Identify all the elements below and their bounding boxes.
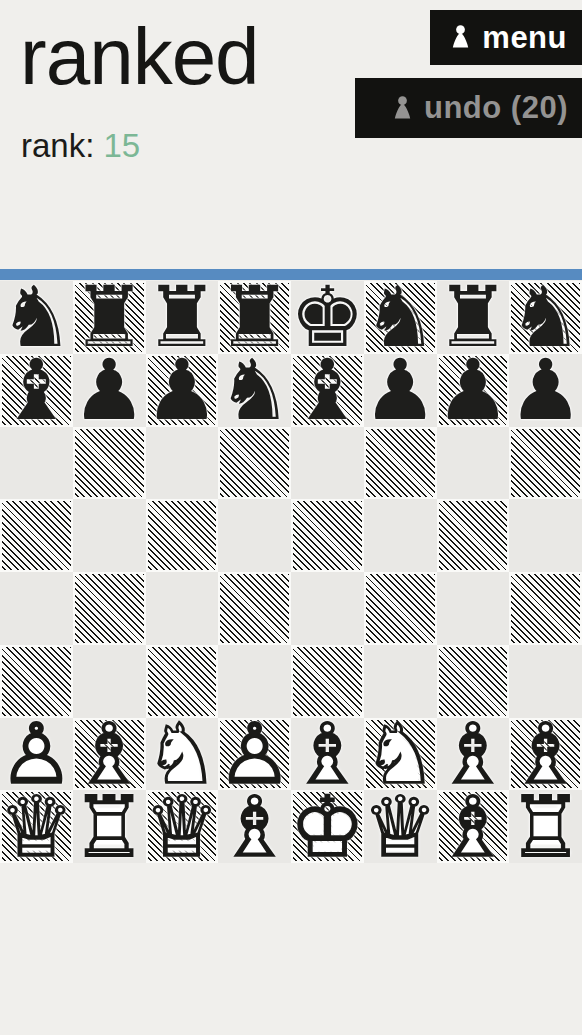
square-f7[interactable]: ♟: [364, 354, 437, 427]
square-d5[interactable]: [218, 499, 291, 572]
piece-glyph: ♟: [508, 348, 582, 432]
white-rook-h1[interactable]: ♜♖: [509, 790, 582, 863]
square-c1[interactable]: ♛♕: [146, 790, 219, 863]
piece-outline-layer: ♕: [362, 778, 437, 876]
square-e7[interactable]: ♝: [291, 354, 364, 427]
piece-glyph: ♚♔: [290, 785, 365, 869]
square-d7[interactable]: ♞: [218, 354, 291, 427]
square-a7[interactable]: ♝: [0, 354, 73, 427]
square-a1[interactable]: ♛♕: [0, 790, 73, 863]
piece-glyph: ♟: [435, 348, 510, 432]
square-e6[interactable]: [291, 427, 364, 500]
rank-line: rank:15: [21, 127, 140, 165]
square-h6[interactable]: [509, 427, 582, 500]
square-h1[interactable]: ♜♖: [509, 790, 582, 863]
square-d6[interactable]: [218, 427, 291, 500]
square-b6[interactable]: [73, 427, 146, 500]
rank-value: 15: [103, 127, 140, 164]
person-icon: [450, 24, 471, 51]
person-icon: [392, 95, 413, 122]
square-f4[interactable]: [364, 572, 437, 645]
black-bishop-a7[interactable]: ♝: [2, 356, 71, 425]
piece-outline-layer: ♖: [508, 778, 582, 876]
square-e5[interactable]: [291, 499, 364, 572]
square-c7[interactable]: ♟: [146, 354, 219, 427]
piece-outline-layer: ♖: [71, 778, 146, 876]
square-f6[interactable]: [364, 427, 437, 500]
square-e1[interactable]: ♚♔: [291, 790, 364, 863]
square-f1[interactable]: ♛♕: [364, 790, 437, 863]
square-b1[interactable]: ♜♖: [73, 790, 146, 863]
square-g7[interactable]: ♟: [437, 354, 510, 427]
square-c4[interactable]: [146, 572, 219, 645]
white-king-e1[interactable]: ♚♔: [293, 792, 362, 861]
white-bishop-g1[interactable]: ♝♗: [439, 792, 508, 861]
piece-glyph: ♜♖: [508, 785, 582, 869]
square-h5[interactable]: [509, 499, 582, 572]
piece-glyph: ♟: [71, 348, 146, 432]
square-g6[interactable]: [437, 427, 510, 500]
square-b4[interactable]: [73, 572, 146, 645]
square-e4[interactable]: [291, 572, 364, 645]
black-pawn-f7[interactable]: ♟: [364, 354, 437, 427]
white-queen-f1[interactable]: ♛♕: [364, 790, 437, 863]
undo-button[interactable]: undo (20): [355, 78, 582, 138]
square-h4[interactable]: [509, 572, 582, 645]
piece-glyph: ♝♗: [217, 785, 292, 869]
rank-label: rank:: [21, 127, 94, 164]
menu-button[interactable]: menu: [430, 10, 582, 65]
square-a6[interactable]: [0, 427, 73, 500]
square-a4[interactable]: [0, 572, 73, 645]
piece-outline-layer: ♕: [144, 778, 219, 876]
black-knight-d7[interactable]: ♞: [218, 354, 291, 427]
piece-glyph: ♛♕: [362, 785, 437, 869]
menu-button-label: menu: [482, 20, 567, 56]
piece-outline-layer: ♔: [290, 778, 365, 876]
piece-glyph: ♟: [362, 348, 437, 432]
page-title: ranked: [20, 14, 259, 100]
piece-glyph: ♝♗: [435, 785, 510, 869]
square-g5[interactable]: [437, 499, 510, 572]
square-d4[interactable]: [218, 572, 291, 645]
app-screen: ranked rank:15 menu undo (20) ♞♜♜♜♚♞♜♞♝♟…: [0, 0, 582, 1035]
white-rook-b1[interactable]: ♜♖: [73, 790, 146, 863]
white-queen-c1[interactable]: ♛♕: [148, 792, 217, 861]
square-f5[interactable]: [364, 499, 437, 572]
piece-outline-layer: ♗: [217, 778, 292, 876]
black-pawn-b7[interactable]: ♟: [73, 354, 146, 427]
white-queen-a1[interactable]: ♛♕: [2, 792, 71, 861]
chess-board: ♞♜♜♜♚♞♜♞♝♟♟♞♝♟♟♟♟♙♝♗♞♘♟♙♝♗♞♘♝♗♝♗♛♕♜♖♛♕♝♗…: [0, 281, 582, 863]
piece-glyph: ♛♕: [0, 785, 74, 869]
piece-glyph: ♟: [144, 348, 219, 432]
piece-glyph: ♞: [217, 348, 292, 432]
square-b7[interactable]: ♟: [73, 354, 146, 427]
piece-glyph: ♜♖: [71, 785, 146, 869]
piece-glyph: ♝: [290, 348, 365, 432]
undo-button-label: undo (20): [424, 90, 568, 126]
black-pawn-h7[interactable]: ♟: [509, 354, 582, 427]
square-a5[interactable]: [0, 499, 73, 572]
black-pawn-g7[interactable]: ♟: [439, 356, 508, 425]
black-pawn-c7[interactable]: ♟: [148, 356, 217, 425]
piece-outline-layer: ♕: [0, 778, 74, 876]
square-g1[interactable]: ♝♗: [437, 790, 510, 863]
square-g4[interactable]: [437, 572, 510, 645]
piece-glyph: ♛♕: [144, 785, 219, 869]
square-c5[interactable]: [146, 499, 219, 572]
white-bishop-d1[interactable]: ♝♗: [218, 790, 291, 863]
square-h7[interactable]: ♟: [509, 354, 582, 427]
square-b5[interactable]: [73, 499, 146, 572]
piece-outline-layer: ♗: [435, 778, 510, 876]
square-d1[interactable]: ♝♗: [218, 790, 291, 863]
square-c6[interactable]: [146, 427, 219, 500]
black-bishop-e7[interactable]: ♝: [293, 356, 362, 425]
piece-glyph: ♝: [0, 348, 74, 432]
